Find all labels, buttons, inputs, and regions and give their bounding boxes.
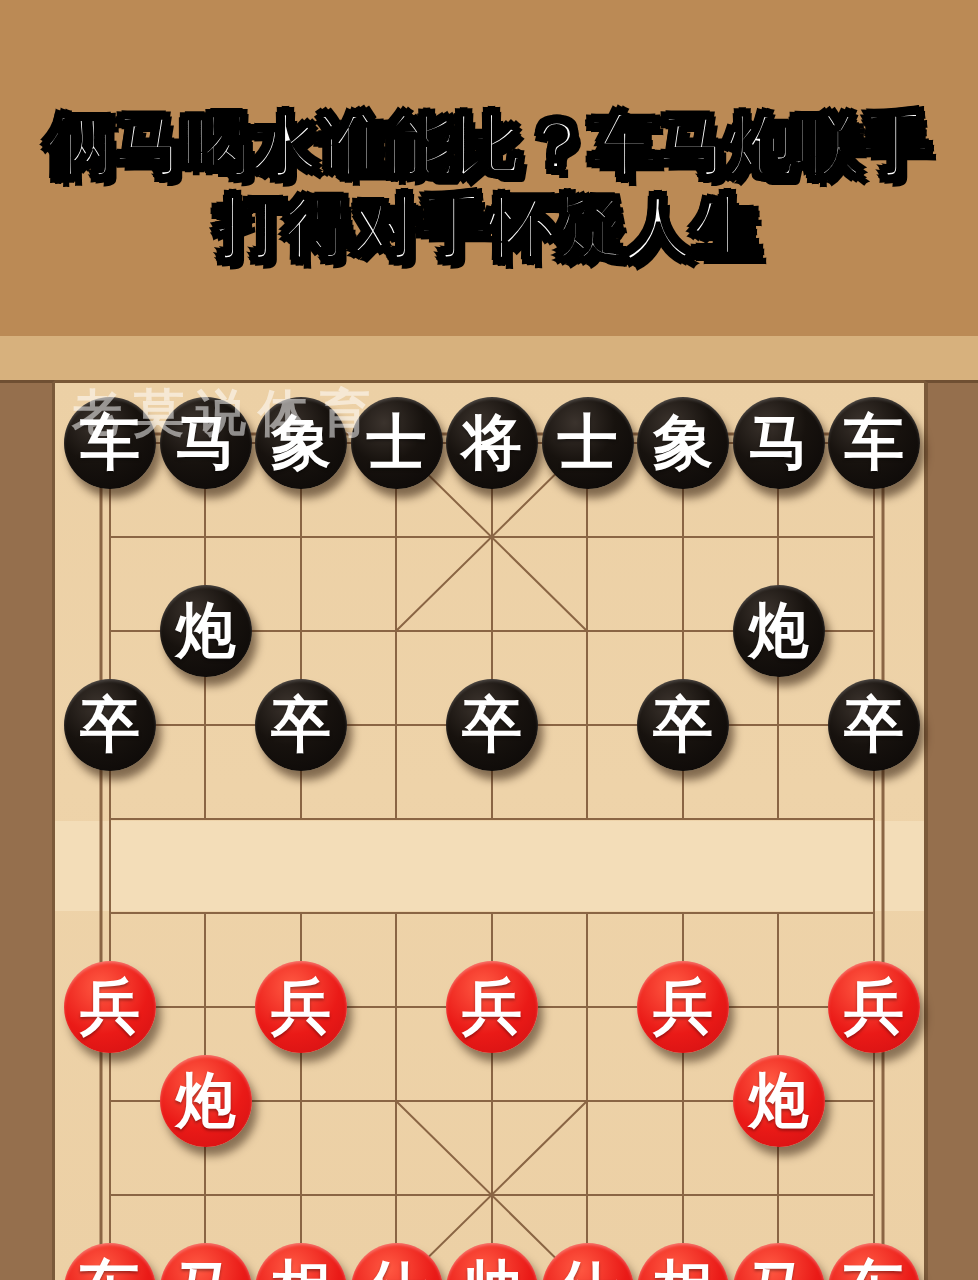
piece-black-advisor[interactable]: 士 — [542, 397, 634, 489]
piece-red-cannon[interactable]: 炮 — [160, 1055, 252, 1147]
piece-red-soldier[interactable]: 兵 — [255, 961, 347, 1053]
board[interactable]: 车马象士将士象马车炮炮卒卒卒卒卒兵兵兵兵兵炮炮车马相仕帅仕相马车 — [55, 380, 924, 1280]
piece-black-horse[interactable]: 马 — [733, 397, 825, 489]
piece-black-cannon[interactable]: 炮 — [160, 585, 252, 677]
piece-red-soldier[interactable]: 兵 — [64, 961, 156, 1053]
piece-black-chariot[interactable]: 车 — [828, 397, 920, 489]
channel-watermark: 老莫说体育 — [72, 380, 382, 447]
piece-black-elephant[interactable]: 象 — [637, 397, 729, 489]
piece-black-soldier[interactable]: 卒 — [828, 679, 920, 771]
board-grid — [55, 383, 924, 1280]
piece-black-soldier[interactable]: 卒 — [446, 679, 538, 771]
piece-black-general[interactable]: 将 — [446, 397, 538, 489]
title-line-1: 俩马喝水谁能比？车马炮联手 — [0, 104, 978, 186]
piece-black-soldier[interactable]: 卒 — [255, 679, 347, 771]
board-right-margin — [924, 380, 978, 1280]
piece-red-soldier[interactable]: 兵 — [446, 961, 538, 1053]
board-left-margin — [0, 380, 55, 1280]
title-line-2: 打得对手怀疑人生 — [0, 186, 978, 268]
piece-red-soldier[interactable]: 兵 — [637, 961, 729, 1053]
page: 俩马喝水谁能比？车马炮联手 打得对手怀疑人生 车马象士将士象马车炮炮卒卒卒卒卒兵… — [0, 0, 978, 1280]
piece-red-cannon[interactable]: 炮 — [733, 1055, 825, 1147]
piece-red-soldier[interactable]: 兵 — [828, 961, 920, 1053]
board-top-strip — [0, 336, 978, 380]
piece-black-soldier[interactable]: 卒 — [64, 679, 156, 771]
piece-black-cannon[interactable]: 炮 — [733, 585, 825, 677]
piece-black-soldier[interactable]: 卒 — [637, 679, 729, 771]
